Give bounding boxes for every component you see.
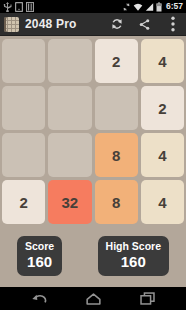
status-right-icons: 6:57 [122, 0, 183, 13]
sync-icon [122, 2, 131, 12]
score-row: Score 160 High Score 160 [0, 227, 186, 276]
score-box: Score 160 [17, 236, 62, 276]
tile-4-r1c4: 4 [141, 39, 184, 83]
board[interactable]: 2428423284 [0, 36, 186, 227]
device-icon [15, 2, 23, 12]
app-title: 2048 Pro [25, 17, 77, 31]
empty-cell-r1c1 [2, 39, 45, 83]
tile-32-r4c2: 32 [48, 180, 91, 224]
signal-icon [145, 2, 154, 12]
score-label: Score [25, 240, 54, 253]
app-bar: 2048 Pro [0, 13, 186, 36]
status-bar: 6:57 [0, 0, 186, 13]
tile-2-r4c1: 2 [2, 180, 45, 224]
overflow-menu-icon [171, 16, 175, 32]
clock: 6:57 [166, 0, 183, 13]
refresh-button[interactable] [109, 15, 124, 33]
back-icon [31, 293, 47, 305]
high-score-label: High Score [106, 240, 161, 253]
share-icon [138, 18, 151, 31]
tile-4-r3c4: 4 [141, 133, 184, 177]
tile-2-r1c3: 2 [95, 39, 138, 83]
status-left-icons [3, 2, 34, 12]
score-value: 160 [25, 253, 54, 270]
nav-bar [0, 287, 186, 310]
back-button[interactable] [28, 289, 50, 309]
recents-icon [140, 292, 155, 305]
home-button[interactable] [82, 289, 104, 309]
high-score-box: High Score 160 [98, 236, 169, 276]
home-icon [85, 293, 102, 305]
wifi-icon [133, 2, 143, 12]
screen: 6:57 2048 Pro [0, 0, 186, 310]
empty-cell-r3c2 [48, 133, 91, 177]
storage-icon [26, 2, 34, 12]
tile-4-r4c4: 4 [141, 180, 184, 224]
empty-cell-r1c2 [48, 39, 91, 83]
recents-button[interactable] [136, 289, 158, 309]
share-button[interactable] [137, 15, 152, 33]
app-logo-icon [4, 17, 19, 32]
empty-cell-r2c2 [48, 86, 91, 130]
tile-8-r4c3: 8 [95, 180, 138, 224]
tile-2-r2c4: 2 [141, 86, 184, 130]
refresh-icon [110, 17, 124, 31]
high-score-value: 160 [106, 253, 161, 270]
app-bar-actions [109, 15, 180, 33]
battery-icon [156, 2, 162, 12]
empty-cell-r2c1 [2, 86, 45, 130]
usb-icon [3, 2, 12, 12]
overflow-menu-button[interactable] [165, 15, 180, 33]
empty-cell-r3c1 [2, 133, 45, 177]
empty-cell-r2c3 [95, 86, 138, 130]
tile-8-r3c3: 8 [95, 133, 138, 177]
game-area: 2428423284 Score 160 High Score 160 [0, 36, 186, 287]
